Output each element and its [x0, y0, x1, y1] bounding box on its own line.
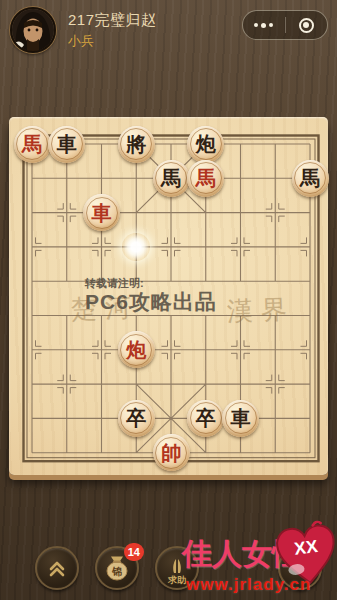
piece-black-horse[interactable]: 馬	[292, 160, 329, 197]
ellipsis-icon	[261, 23, 266, 28]
help-label: 求助	[157, 574, 197, 587]
more-button[interactable]	[243, 11, 285, 39]
piece-red-horse[interactable]: 馬	[14, 126, 51, 163]
expand-button[interactable]	[35, 546, 79, 590]
xiangqi-board[interactable]: 楚河 漢界 转载请注明: PC6攻略出品 馬車將炮馬馬馬車炮卒卒車帥	[9, 117, 328, 475]
piece-red-general[interactable]: 帥	[153, 434, 190, 471]
ellipsis-icon	[269, 23, 273, 27]
chevron-up-icon	[44, 555, 70, 581]
piece-black-chariot[interactable]: 車	[222, 400, 259, 437]
avatar[interactable]	[10, 7, 56, 53]
piece-black-pawn[interactable]: 卒	[118, 400, 155, 437]
close-circle-icon	[299, 18, 314, 33]
ellipsis-icon	[254, 23, 258, 27]
svg-text:锦: 锦	[111, 566, 122, 577]
miniprogram-capsule	[242, 10, 328, 40]
app-screen: 217完璧归赵 小兵 楚河 漢界 转载请注明: PC6攻略出品 馬車將炮馬馬馬車…	[0, 0, 337, 600]
help-button[interactable]: 求助	[155, 546, 199, 590]
close-button[interactable]	[286, 11, 328, 39]
level-title: 217完璧归赵	[68, 11, 157, 30]
piece-red-cannon[interactable]: 炮	[118, 331, 155, 368]
piece-black-general[interactable]: 將	[118, 126, 155, 163]
piece-red-chariot[interactable]: 車	[83, 194, 120, 231]
hint-count-badge: 14	[124, 543, 144, 561]
pieces-layer: 馬車將炮馬馬馬車炮卒卒車帥	[9, 117, 328, 475]
piece-black-cannon[interactable]: 炮	[187, 126, 224, 163]
piece-black-chariot[interactable]: 車	[48, 126, 85, 163]
player-rank: 小兵	[68, 32, 94, 50]
piece-red-horse[interactable]: 馬	[187, 160, 224, 197]
move-hint-sparkle[interactable]	[122, 233, 150, 261]
piece-black-horse[interactable]: 馬	[153, 160, 190, 197]
hint-bag-button[interactable]: 锦 14	[95, 546, 139, 590]
piece-black-pawn[interactable]: 卒	[187, 400, 224, 437]
avatar-portrait	[12, 9, 54, 51]
hidden-corner-button[interactable]	[278, 546, 322, 590]
